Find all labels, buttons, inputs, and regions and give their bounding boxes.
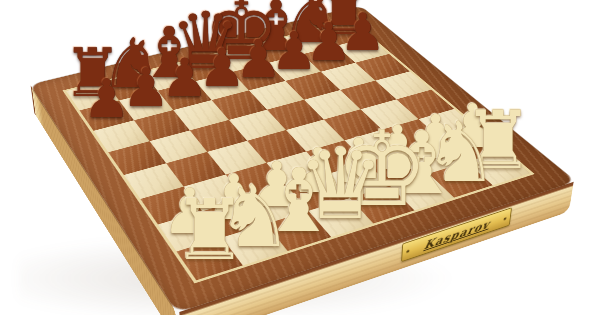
piece-white-rook-a1[interactable]: ♜ — [172, 190, 247, 273]
plate-screw-icon — [504, 217, 507, 220]
plate-screw-icon — [406, 249, 409, 253]
piece-black-pawn-a7[interactable]: ♟ — [83, 72, 131, 125]
square-b5[interactable] — [150, 130, 208, 163]
square-a5[interactable] — [108, 141, 166, 175]
chess-set-photo: Kasparov ♜♞♝♛♚♝♞♜♟♟♟♟♟♟♟♟♟♟♟♟♟♟♟♟♜♞♝♛♚♝♞… — [0, 0, 600, 315]
